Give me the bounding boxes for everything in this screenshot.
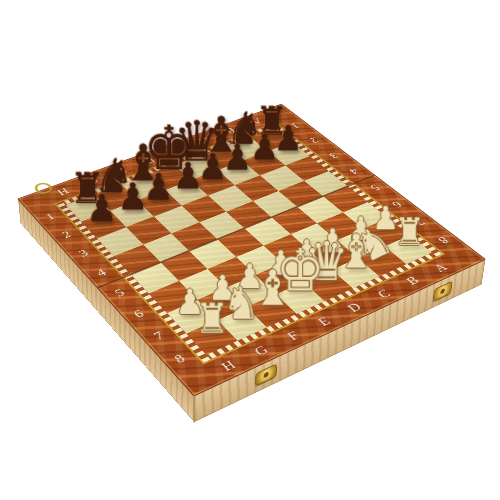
brass-clasp-right [433, 280, 453, 302]
chess-board: HGFEDCBA HGFEDCBA 12345678 12345678 ♜♞♝♚… [17, 104, 486, 397]
photo-stage: HGFEDCBA HGFEDCBA 12345678 12345678 ♜♞♝♚… [0, 0, 500, 500]
square-a4[interactable] [304, 171, 348, 196]
brass-clasp-left [255, 363, 277, 386]
square-g3[interactable] [126, 216, 171, 244]
